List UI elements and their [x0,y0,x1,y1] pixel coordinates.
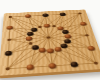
board-line [10,15,40,28]
board-line [8,43,32,68]
board-line [29,48,36,68]
board-line [8,50,44,69]
board-line [58,14,66,28]
hole-O12[interactable] [7,38,11,41]
photo-scene [0,0,100,80]
hole-O10[interactable] [5,67,9,70]
board-line [9,16,30,35]
game-board [0,9,100,75]
hole-O4[interactable] [85,34,89,37]
web-pattern [0,9,100,75]
